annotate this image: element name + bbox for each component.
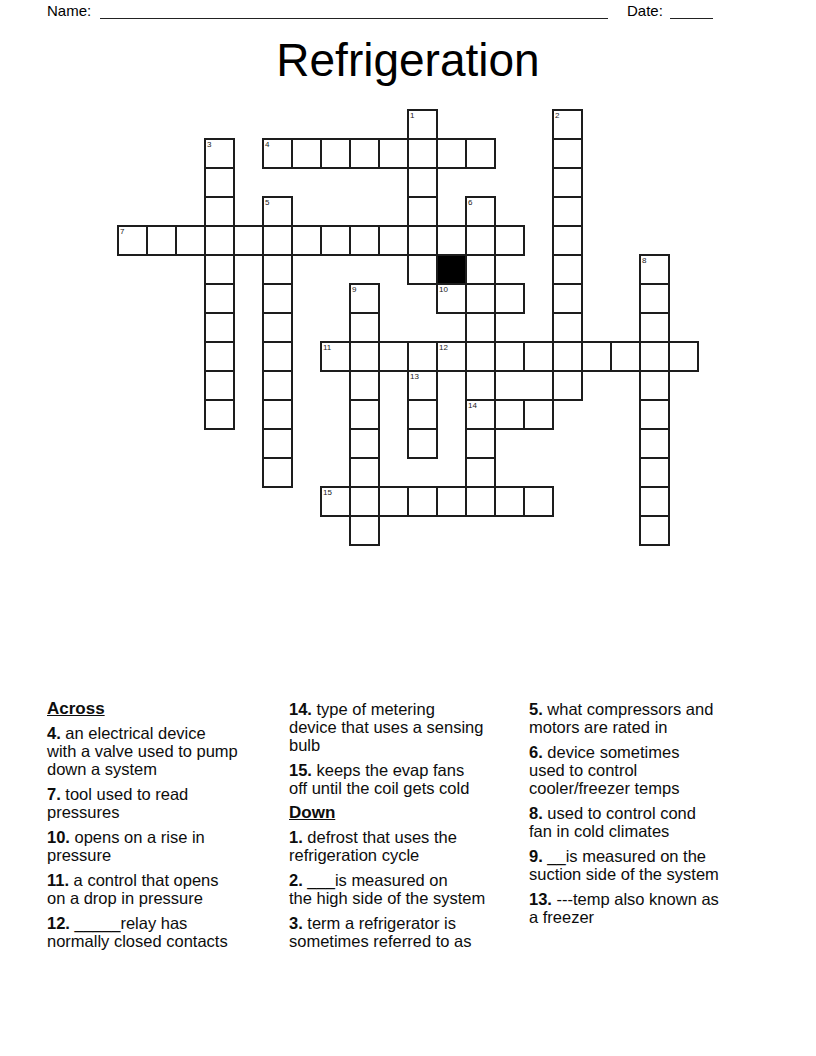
grid-cell[interactable] bbox=[407, 341, 438, 372]
clue-text: opens on a rise in pressure bbox=[47, 828, 205, 864]
grid-cell[interactable] bbox=[349, 515, 380, 546]
grid-cell[interactable] bbox=[639, 515, 670, 546]
grid-cell[interactable]: 1 bbox=[407, 109, 438, 140]
crossword-grid: 123456789101112131415 bbox=[0, 0, 816, 600]
grid-cell[interactable] bbox=[523, 341, 554, 372]
clue-number-label: 3. bbox=[289, 914, 303, 932]
grid-cell[interactable]: 10 bbox=[436, 283, 467, 314]
clue-text: ___is measured on the high side of the s… bbox=[289, 871, 485, 907]
grid-cell[interactable] bbox=[552, 167, 583, 198]
grid-cell[interactable] bbox=[262, 457, 293, 488]
grid-cell[interactable] bbox=[233, 225, 264, 256]
grid-cell[interactable] bbox=[465, 370, 496, 401]
grid-cell[interactable] bbox=[349, 312, 380, 343]
clue: 1. defrost that uses the refrigeration c… bbox=[289, 828, 513, 864]
grid-cell[interactable] bbox=[407, 167, 438, 198]
grid-cell[interactable] bbox=[204, 225, 235, 256]
clue-text: what compressors and motors are rated in bbox=[529, 700, 713, 736]
grid-cell[interactable] bbox=[465, 341, 496, 372]
grid-cell[interactable]: 5 bbox=[262, 196, 293, 227]
grid-cell[interactable] bbox=[639, 312, 670, 343]
grid-cell[interactable] bbox=[494, 341, 525, 372]
clue: 5. what compressors and motors are rated… bbox=[529, 700, 763, 736]
clue-number-label: 14. bbox=[289, 700, 312, 718]
clue-number-label: 5. bbox=[529, 700, 543, 718]
clue-text: used to control cond fan in cold climate… bbox=[529, 804, 696, 840]
clue-number: 4 bbox=[265, 140, 269, 149]
clue-number-label: 8. bbox=[529, 804, 543, 822]
grid-cell[interactable] bbox=[552, 341, 583, 372]
grid-cell[interactable] bbox=[378, 225, 409, 256]
clue: 7. tool used to read pressures bbox=[47, 785, 265, 821]
grid-cell[interactable]: 13 bbox=[407, 370, 438, 401]
clue-text: term a refrigerator is sometimes referre… bbox=[289, 914, 471, 950]
clue-text: __is measured on the suction side of the… bbox=[529, 847, 719, 883]
grid-cell[interactable] bbox=[552, 370, 583, 401]
grid-cell[interactable] bbox=[204, 370, 235, 401]
clue-number-label: 4. bbox=[47, 724, 61, 742]
grid-cell[interactable]: 7 bbox=[117, 225, 148, 256]
clue-text: an electrical device with a valve used t… bbox=[47, 724, 238, 778]
clue: 9. __is measured on the suction side of … bbox=[529, 847, 763, 883]
clue: 10. opens on a rise in pressure bbox=[47, 828, 265, 864]
clue-text: _____relay has normally closed contacts bbox=[47, 914, 228, 950]
grid-cell[interactable]: 8 bbox=[639, 254, 670, 285]
clue-text: type of metering device that uses a sens… bbox=[289, 700, 483, 754]
grid-cell[interactable] bbox=[378, 341, 409, 372]
clue-number-label: 13. bbox=[529, 890, 552, 908]
grid-cell[interactable] bbox=[320, 138, 351, 169]
grid-cell[interactable] bbox=[146, 225, 177, 256]
grid-cell[interactable] bbox=[639, 399, 670, 430]
clue: 8. used to control cond fan in cold clim… bbox=[529, 804, 763, 840]
grid-cell[interactable] bbox=[204, 341, 235, 372]
grid-cell[interactable] bbox=[436, 486, 467, 517]
grid-cell[interactable]: 6 bbox=[465, 196, 496, 227]
grid-cell[interactable] bbox=[465, 457, 496, 488]
clue-number: 6 bbox=[468, 198, 472, 207]
clue-number: 5 bbox=[265, 198, 269, 207]
clue-text: defrost that uses the refrigeration cycl… bbox=[289, 828, 457, 864]
grid-cell[interactable] bbox=[204, 283, 235, 314]
clue-column-middle: 14. type of metering device that uses a … bbox=[289, 700, 513, 957]
grid-cell[interactable] bbox=[552, 225, 583, 256]
grid-cell[interactable]: 15 bbox=[320, 486, 351, 517]
grid-cell[interactable] bbox=[378, 486, 409, 517]
grid-cell[interactable] bbox=[494, 399, 525, 430]
grid-cell[interactable] bbox=[349, 225, 380, 256]
clue: 13. ---temp also known as a freezer bbox=[529, 890, 763, 926]
blocked-cell bbox=[436, 254, 467, 285]
clue-text: tool used to read pressures bbox=[47, 785, 188, 821]
grid-cell[interactable] bbox=[262, 428, 293, 459]
clue-column-right: 5. what compressors and motors are rated… bbox=[529, 700, 763, 933]
grid-cell[interactable] bbox=[552, 283, 583, 314]
grid-cell[interactable] bbox=[639, 486, 670, 517]
grid-cell[interactable]: 9 bbox=[349, 283, 380, 314]
grid-cell[interactable] bbox=[465, 138, 496, 169]
clue-number: 2 bbox=[555, 111, 559, 120]
clue-text: ---temp also known as a freezer bbox=[529, 890, 719, 926]
grid-cell[interactable] bbox=[465, 283, 496, 314]
grid-cell[interactable] bbox=[639, 428, 670, 459]
clue-number: 12 bbox=[439, 343, 448, 352]
grid-cell[interactable] bbox=[204, 196, 235, 227]
clue-number-label: 2. bbox=[289, 871, 303, 889]
grid-cell[interactable]: 11 bbox=[320, 341, 351, 372]
grid-cell[interactable] bbox=[349, 486, 380, 517]
grid-cell[interactable] bbox=[262, 225, 293, 256]
clue-number-label: 11. bbox=[47, 871, 69, 889]
clue-number: 9 bbox=[352, 285, 356, 294]
grid-cell[interactable] bbox=[552, 196, 583, 227]
grid-cell[interactable]: 3 bbox=[204, 138, 235, 169]
grid-cell[interactable]: 2 bbox=[552, 109, 583, 140]
grid-cell[interactable] bbox=[262, 370, 293, 401]
grid-cell[interactable] bbox=[407, 399, 438, 430]
grid-cell[interactable] bbox=[552, 312, 583, 343]
clue-number: 13 bbox=[410, 372, 419, 381]
clue-text: a control that opens on a drop in pressu… bbox=[47, 871, 219, 907]
grid-cell[interactable] bbox=[378, 138, 409, 169]
grid-cell[interactable] bbox=[291, 225, 322, 256]
grid-cell[interactable] bbox=[581, 341, 612, 372]
clue: 2. ___is measured on the high side of th… bbox=[289, 871, 513, 907]
grid-cell[interactable] bbox=[494, 225, 525, 256]
grid-cell[interactable] bbox=[494, 486, 525, 517]
clue-number-label: 1. bbox=[289, 828, 303, 846]
clue-number: 10 bbox=[439, 285, 448, 294]
grid-cell[interactable] bbox=[523, 486, 554, 517]
grid-cell[interactable] bbox=[668, 341, 699, 372]
clue-text: keeps the evap fans off until the coil g… bbox=[289, 761, 469, 797]
grid-cell[interactable] bbox=[465, 312, 496, 343]
grid-cell[interactable] bbox=[465, 428, 496, 459]
clue-text: device sometimes used to control cooler/… bbox=[529, 743, 679, 797]
clue-number-label: 15. bbox=[289, 761, 312, 779]
grid-cell[interactable] bbox=[552, 138, 583, 169]
grid-cell[interactable] bbox=[204, 167, 235, 198]
clue: 12. _____relay has normally closed conta… bbox=[47, 914, 265, 950]
grid-cell[interactable] bbox=[320, 225, 351, 256]
grid-cell[interactable] bbox=[436, 138, 467, 169]
grid-cell[interactable] bbox=[407, 138, 438, 169]
grid-cell[interactable] bbox=[639, 341, 670, 372]
grid-cell[interactable] bbox=[291, 138, 322, 169]
grid-cell[interactable] bbox=[407, 196, 438, 227]
grid-cell[interactable] bbox=[407, 428, 438, 459]
grid-cell[interactable] bbox=[465, 225, 496, 256]
grid-cell[interactable] bbox=[639, 283, 670, 314]
clue-number: 8 bbox=[642, 256, 646, 265]
grid-cell[interactable] bbox=[349, 428, 380, 459]
clue: 15. keeps the evap fans off until the co… bbox=[289, 761, 513, 797]
clue-list-heading: Across bbox=[47, 700, 265, 718]
grid-cell[interactable]: 4 bbox=[262, 138, 293, 169]
clue-number: 3 bbox=[207, 140, 211, 149]
grid-cell[interactable] bbox=[262, 341, 293, 372]
grid-cell[interactable] bbox=[465, 254, 496, 285]
clue: 14. type of metering device that uses a … bbox=[289, 700, 513, 754]
clue-number-label: 7. bbox=[47, 785, 61, 803]
grid-cell[interactable] bbox=[465, 486, 496, 517]
grid-cell[interactable] bbox=[349, 399, 380, 430]
grid-cell[interactable] bbox=[349, 457, 380, 488]
clue: 4. an electrical device with a valve use… bbox=[47, 724, 265, 778]
grid-cell[interactable] bbox=[262, 312, 293, 343]
grid-cell[interactable] bbox=[407, 225, 438, 256]
grid-cell[interactable] bbox=[204, 312, 235, 343]
grid-cell[interactable] bbox=[175, 225, 206, 256]
clue-number: 11 bbox=[323, 343, 331, 352]
grid-cell[interactable] bbox=[639, 370, 670, 401]
grid-cell[interactable] bbox=[407, 254, 438, 285]
clue-number-label: 9. bbox=[529, 847, 543, 865]
grid-cell[interactable] bbox=[349, 341, 380, 372]
grid-cell[interactable] bbox=[552, 254, 583, 285]
clue-number-label: 12. bbox=[47, 914, 70, 932]
grid-cell[interactable] bbox=[204, 399, 235, 430]
clue-number: 1 bbox=[410, 111, 414, 120]
grid-cell[interactable] bbox=[262, 254, 293, 285]
grid-cell[interactable] bbox=[494, 283, 525, 314]
clue-column-left: Across4. an electrical device with a val… bbox=[47, 700, 265, 957]
clue: 3. term a refrigerator is sometimes refe… bbox=[289, 914, 513, 950]
grid-cell[interactable] bbox=[262, 283, 293, 314]
clue-number-label: 6. bbox=[529, 743, 543, 761]
clue: 11. a control that opens on a drop in pr… bbox=[47, 871, 265, 907]
grid-cell[interactable] bbox=[349, 370, 380, 401]
clue-list-heading: Down bbox=[289, 804, 513, 822]
clue-number-label: 10. bbox=[47, 828, 70, 846]
grid-cell[interactable] bbox=[204, 254, 235, 285]
grid-cell[interactable] bbox=[610, 341, 641, 372]
grid-cell[interactable] bbox=[639, 457, 670, 488]
grid-cell[interactable] bbox=[523, 399, 554, 430]
clue: 6. device sometimes used to control cool… bbox=[529, 743, 763, 797]
grid-cell[interactable] bbox=[436, 225, 467, 256]
grid-cell[interactable]: 14 bbox=[465, 399, 496, 430]
clue-number: 15 bbox=[323, 488, 332, 497]
clue-number: 14 bbox=[468, 401, 477, 410]
grid-cell[interactable]: 12 bbox=[436, 341, 467, 372]
grid-cell[interactable] bbox=[407, 486, 438, 517]
grid-cell[interactable] bbox=[262, 399, 293, 430]
clue-number: 7 bbox=[120, 227, 124, 236]
grid-cell[interactable] bbox=[349, 138, 380, 169]
